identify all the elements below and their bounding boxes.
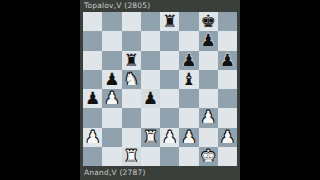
- square-e2: ♟: [160, 128, 179, 147]
- white-pawn-f2: ♟: [181, 128, 196, 145]
- square-d5: [141, 70, 160, 89]
- square-c4: [122, 89, 141, 108]
- square-h6: ♟: [218, 51, 237, 70]
- black-rook-e8: ♜: [162, 13, 177, 30]
- black-pawn-a4: ♟: [85, 90, 100, 107]
- square-b7: [102, 31, 121, 50]
- square-e4: [160, 89, 179, 108]
- square-c2: [122, 128, 141, 147]
- square-e1: [160, 147, 179, 166]
- square-g3: ♟: [199, 108, 218, 127]
- square-f6: ♟: [179, 51, 198, 70]
- square-e6: [160, 51, 179, 70]
- square-c8: [122, 12, 141, 31]
- square-c3: [122, 108, 141, 127]
- square-g5: [199, 70, 218, 89]
- square-a2: ♟: [83, 128, 102, 147]
- square-h8: [218, 12, 237, 31]
- square-b3: [102, 108, 121, 127]
- black-pawn-g7: ♟: [201, 32, 216, 49]
- video-frame: Topalov,V (2805) ♜♚♟♜♟♟♟♞♝♟♟♟♟♟♜♟♟♟♜♚ An…: [0, 0, 320, 180]
- black-pawn-d4: ♟: [143, 90, 158, 107]
- square-h7: [218, 31, 237, 50]
- black-pawn-h6: ♟: [220, 51, 235, 68]
- white-pawn-b4: ♟: [104, 90, 119, 107]
- square-a7: [83, 31, 102, 50]
- square-d6: [141, 51, 160, 70]
- player-white-label: Anand,V (2787): [84, 168, 146, 178]
- square-d1: [141, 147, 160, 166]
- square-a1: [83, 147, 102, 166]
- square-b6: [102, 51, 121, 70]
- square-f8: [179, 12, 198, 31]
- square-g8: ♚: [199, 12, 218, 31]
- square-a6: [83, 51, 102, 70]
- black-pawn-b5: ♟: [104, 70, 119, 87]
- letterbox-left: [0, 0, 80, 180]
- square-h3: [218, 108, 237, 127]
- white-pawn-g3: ♟: [201, 109, 216, 126]
- black-pawn-f6: ♟: [181, 51, 196, 68]
- square-a8: [83, 12, 102, 31]
- square-b8: [102, 12, 121, 31]
- white-pawn-h2: ♟: [220, 128, 235, 145]
- square-c5: ♞: [122, 70, 141, 89]
- chess-board: ♜♚♟♜♟♟♟♞♝♟♟♟♟♟♜♟♟♟♜♚: [83, 12, 237, 166]
- letterbox-right: [240, 0, 320, 180]
- square-f4: [179, 89, 198, 108]
- white-pawn-a2: ♟: [85, 128, 100, 145]
- square-a5: [83, 70, 102, 89]
- square-d3: [141, 108, 160, 127]
- square-b2: [102, 128, 121, 147]
- white-rook-d2: ♜: [143, 128, 158, 145]
- square-f7: [179, 31, 198, 50]
- square-d7: [141, 31, 160, 50]
- square-g7: ♟: [199, 31, 218, 50]
- square-g6: [199, 51, 218, 70]
- black-king-g8: ♚: [201, 13, 216, 30]
- broadcast-stage: Topalov,V (2805) ♜♚♟♜♟♟♟♞♝♟♟♟♟♟♜♟♟♟♜♚ An…: [80, 0, 240, 180]
- square-c6: ♜: [122, 51, 141, 70]
- square-d2: ♜: [141, 128, 160, 147]
- square-e7: [160, 31, 179, 50]
- square-h5: [218, 70, 237, 89]
- square-b1: [102, 147, 121, 166]
- square-b4: ♟: [102, 89, 121, 108]
- square-b5: ♟: [102, 70, 121, 89]
- square-c7: [122, 31, 141, 50]
- square-e5: [160, 70, 179, 89]
- white-pawn-e2: ♟: [162, 128, 177, 145]
- square-h4: [218, 89, 237, 108]
- square-f2: ♟: [179, 128, 198, 147]
- square-h1: [218, 147, 237, 166]
- square-h2: ♟: [218, 128, 237, 147]
- square-g1: ♚: [199, 147, 218, 166]
- black-bishop-f5: ♝: [181, 70, 196, 87]
- white-knight-c5: ♞: [124, 70, 139, 87]
- square-c1: ♜: [122, 147, 141, 166]
- square-d8: [141, 12, 160, 31]
- square-a4: ♟: [83, 89, 102, 108]
- square-e8: ♜: [160, 12, 179, 31]
- square-g4: [199, 89, 218, 108]
- white-rook-c1: ♜: [124, 147, 139, 164]
- square-f5: ♝: [179, 70, 198, 89]
- player-black-label: Topalov,V (2805): [84, 1, 150, 11]
- black-rook-c6: ♜: [124, 51, 139, 68]
- square-f1: [179, 147, 198, 166]
- square-e3: [160, 108, 179, 127]
- square-g2: [199, 128, 218, 147]
- square-a3: [83, 108, 102, 127]
- square-d4: ♟: [141, 89, 160, 108]
- white-king-g1: ♚: [201, 147, 216, 164]
- square-f3: [179, 108, 198, 127]
